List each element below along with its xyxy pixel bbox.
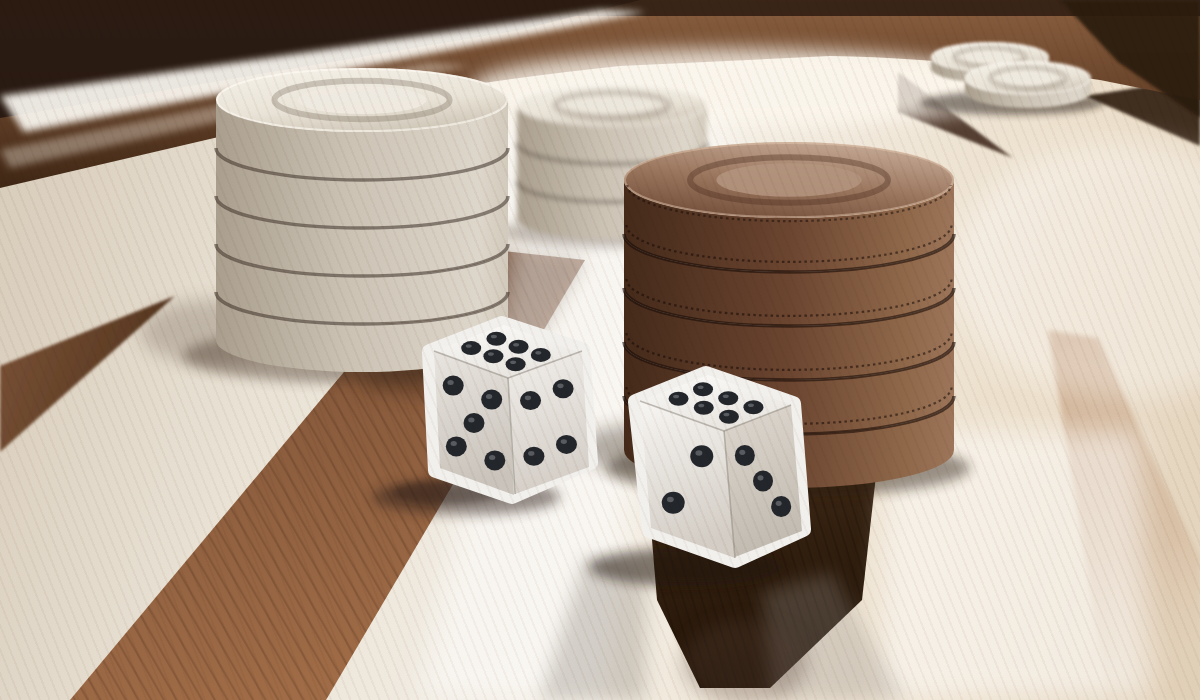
checker-stack-white-main[interactable]: [216, 68, 508, 372]
left-die[interactable]: [430, 324, 590, 496]
right-die[interactable]: [636, 374, 803, 560]
backgammon-photo: [0, 0, 1200, 700]
